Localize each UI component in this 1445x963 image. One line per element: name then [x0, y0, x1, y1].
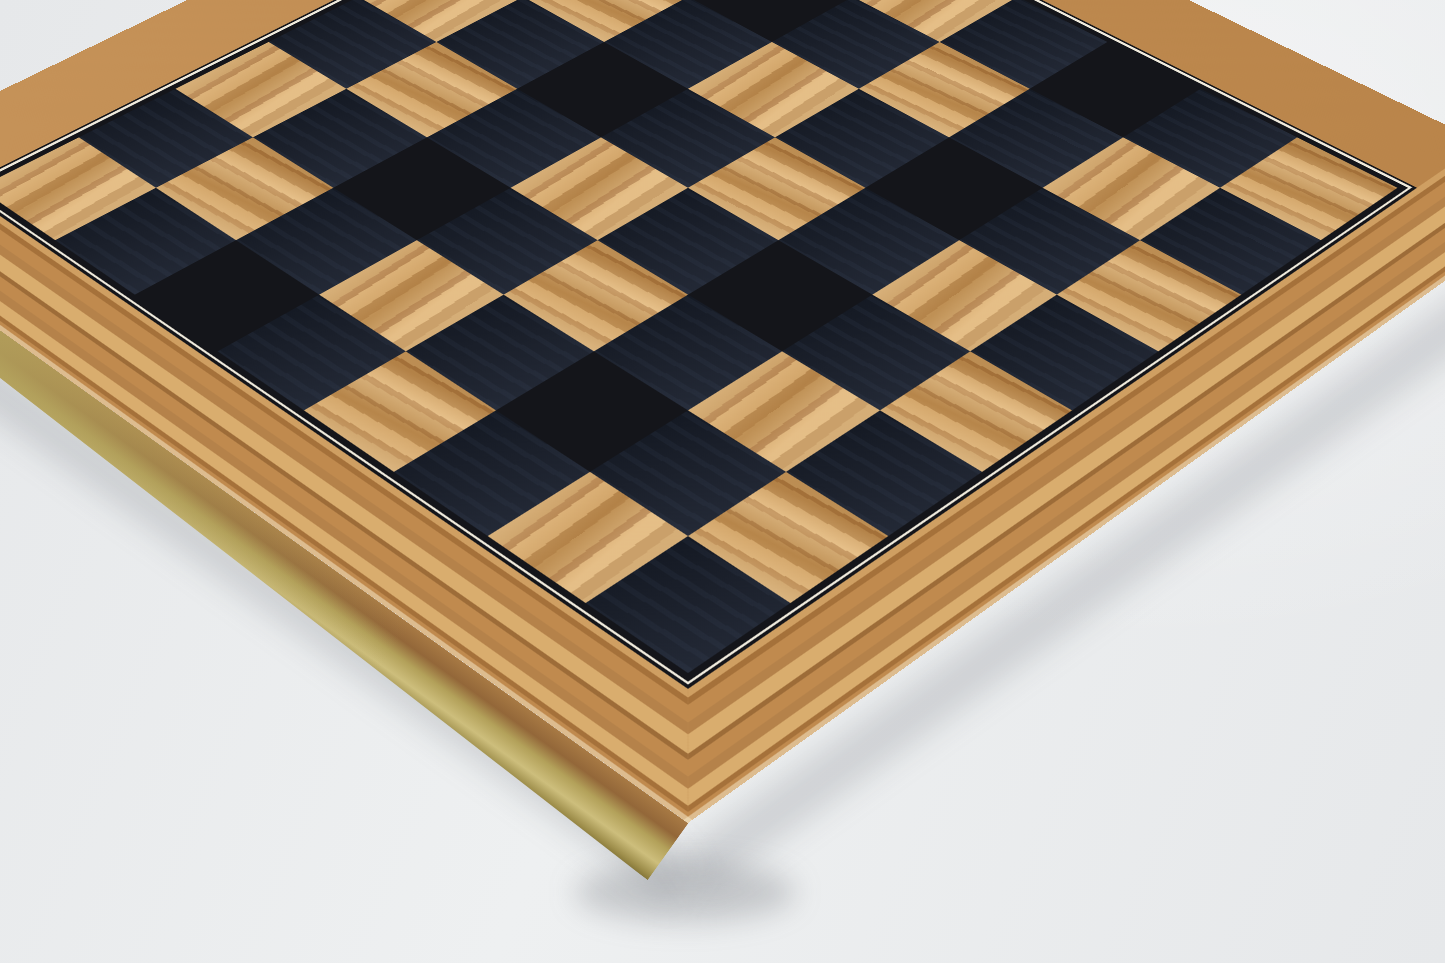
studio-backdrop: Empty luxury wooden chessboard (olivewoo…	[0, 0, 1445, 963]
board-shadow-corner	[575, 862, 795, 922]
chess-board	[0, 0, 1445, 823]
